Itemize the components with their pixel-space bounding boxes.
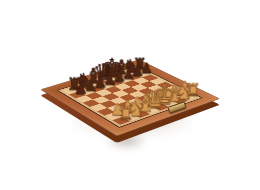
chess-set-photo: ♜♞♝♛♚♝♞♜♟♟♟♟♟♟♟♟♟♟♟♟♟♟♟♟♜♞♝♛♚♝♞♜ xyxy=(0,0,260,190)
board-3d-stage: ♜♞♝♛♚♝♞♜♟♟♟♟♟♟♟♟♟♟♟♟♟♟♟♟♜♞♝♛♚♝♞♜ xyxy=(0,0,260,190)
square-h2: ♟ xyxy=(172,90,189,97)
chess-board-frame: ♜♞♝♛♚♝♞♜♟♟♟♟♟♟♟♟♟♟♟♟♟♟♟♟♜♞♝♛♚♝♞♜ xyxy=(40,60,220,137)
square-f2: ♟ xyxy=(154,96,171,103)
square-a7: ♟ xyxy=(69,91,86,98)
square-f4 xyxy=(138,88,155,95)
piece-white-pawn-h2: ♟ xyxy=(171,80,197,95)
piece-black-rook-h8: ♜ xyxy=(127,56,151,72)
square-h4 xyxy=(157,82,174,89)
